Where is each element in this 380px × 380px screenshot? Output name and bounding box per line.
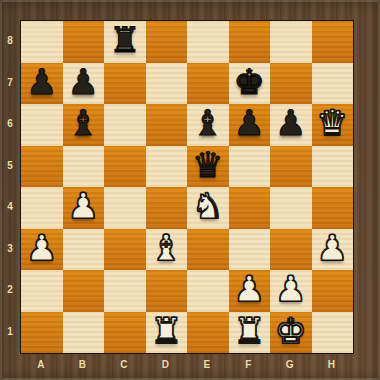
file-label-c: C: [103, 353, 145, 380]
square-d5[interactable]: [146, 146, 188, 188]
square-d1[interactable]: ♜: [146, 312, 188, 354]
square-d7[interactable]: [146, 63, 188, 105]
piece-white-bishop-d3[interactable]: ♝: [151, 231, 182, 266]
square-b8[interactable]: [63, 21, 105, 63]
square-a1[interactable]: [21, 312, 63, 354]
square-c3[interactable]: [104, 229, 146, 271]
rank-label-8: 8: [0, 20, 20, 62]
square-e1[interactable]: [187, 312, 229, 354]
piece-white-pawn-g2[interactable]: ♟: [275, 272, 306, 307]
square-c2[interactable]: [104, 270, 146, 312]
square-h3[interactable]: ♟: [312, 229, 354, 271]
rank-label-6: 6: [0, 103, 20, 145]
square-e6[interactable]: ♝: [187, 104, 229, 146]
square-h8[interactable]: [312, 21, 354, 63]
piece-black-pawn-g6[interactable]: ♟: [275, 106, 306, 141]
square-f4[interactable]: [229, 187, 271, 229]
square-g2[interactable]: ♟: [270, 270, 312, 312]
piece-black-pawn-b7[interactable]: ♟: [68, 65, 99, 100]
square-g3[interactable]: [270, 229, 312, 271]
square-g8[interactable]: [270, 21, 312, 63]
square-f5[interactable]: [229, 146, 271, 188]
square-f1[interactable]: ♜: [229, 312, 271, 354]
square-b6[interactable]: ♝: [63, 104, 105, 146]
piece-black-bishop-b6[interactable]: ♝: [68, 106, 99, 141]
square-c7[interactable]: [104, 63, 146, 105]
rank-label-1: 1: [0, 311, 20, 353]
piece-black-king-f7[interactable]: ♚: [234, 65, 265, 100]
square-b7[interactable]: ♟: [63, 63, 105, 105]
file-label-d: D: [145, 353, 187, 380]
square-g4[interactable]: [270, 187, 312, 229]
piece-white-king-g1[interactable]: ♚: [275, 314, 306, 349]
rank-label-5: 5: [0, 145, 20, 187]
square-c5[interactable]: [104, 146, 146, 188]
piece-black-rook-c8[interactable]: ♜: [109, 23, 140, 58]
square-b2[interactable]: [63, 270, 105, 312]
square-e5[interactable]: ♛: [187, 146, 229, 188]
square-f8[interactable]: [229, 21, 271, 63]
square-d2[interactable]: [146, 270, 188, 312]
square-a4[interactable]: [21, 187, 63, 229]
square-h7[interactable]: [312, 63, 354, 105]
square-a8[interactable]: [21, 21, 63, 63]
square-h4[interactable]: [312, 187, 354, 229]
square-b4[interactable]: ♟: [63, 187, 105, 229]
square-g5[interactable]: [270, 146, 312, 188]
piece-white-pawn-a3[interactable]: ♟: [26, 231, 57, 266]
piece-white-queen-h6[interactable]: ♛: [317, 106, 348, 141]
square-a7[interactable]: ♟: [21, 63, 63, 105]
square-a6[interactable]: [21, 104, 63, 146]
square-e4[interactable]: ♞: [187, 187, 229, 229]
square-b1[interactable]: [63, 312, 105, 354]
piece-white-rook-d1[interactable]: ♜: [151, 314, 182, 349]
square-e8[interactable]: [187, 21, 229, 63]
rank-label-7: 7: [0, 62, 20, 104]
square-g7[interactable]: [270, 63, 312, 105]
square-d8[interactable]: [146, 21, 188, 63]
square-d4[interactable]: [146, 187, 188, 229]
piece-white-pawn-b4[interactable]: ♟: [68, 189, 99, 224]
square-a5[interactable]: [21, 146, 63, 188]
rank-label-3: 3: [0, 228, 20, 270]
square-f3[interactable]: [229, 229, 271, 271]
file-label-e: E: [186, 353, 228, 380]
square-a3[interactable]: ♟: [21, 229, 63, 271]
square-d3[interactable]: ♝: [146, 229, 188, 271]
file-label-f: F: [228, 353, 270, 380]
square-h1[interactable]: [312, 312, 354, 354]
square-h6[interactable]: ♛: [312, 104, 354, 146]
piece-black-pawn-a7[interactable]: ♟: [26, 65, 57, 100]
square-c6[interactable]: [104, 104, 146, 146]
square-b5[interactable]: [63, 146, 105, 188]
rank-labels: 87654321: [0, 20, 20, 352]
piece-black-pawn-f6[interactable]: ♟: [234, 106, 265, 141]
square-f2[interactable]: ♟: [229, 270, 271, 312]
file-label-a: A: [20, 353, 62, 380]
square-h2[interactable]: [312, 270, 354, 312]
square-c4[interactable]: [104, 187, 146, 229]
rank-label-2: 2: [0, 269, 20, 311]
square-c1[interactable]: [104, 312, 146, 354]
square-d6[interactable]: [146, 104, 188, 146]
square-b3[interactable]: [63, 229, 105, 271]
piece-white-rook-f1[interactable]: ♜: [234, 314, 265, 349]
rank-label-4: 4: [0, 186, 20, 228]
file-label-b: B: [62, 353, 104, 380]
board-frame: 87654321 ABCDEFGH ♜♟♟♚♝♝♟♟♛♛♟♞♟♝♟♟♟♜♜♚: [0, 0, 380, 380]
file-label-g: G: [269, 353, 311, 380]
square-e2[interactable]: [187, 270, 229, 312]
piece-white-pawn-f2[interactable]: ♟: [234, 272, 265, 307]
square-g1[interactable]: ♚: [270, 312, 312, 354]
square-a2[interactable]: [21, 270, 63, 312]
piece-black-queen-e5[interactable]: ♛: [192, 148, 223, 183]
square-f6[interactable]: ♟: [229, 104, 271, 146]
square-e7[interactable]: [187, 63, 229, 105]
square-f7[interactable]: ♚: [229, 63, 271, 105]
file-label-h: H: [311, 353, 353, 380]
chess-board: ♜♟♟♚♝♝♟♟♛♛♟♞♟♝♟♟♟♜♜♚: [20, 20, 354, 354]
square-c8[interactable]: ♜: [104, 21, 146, 63]
square-g6[interactable]: ♟: [270, 104, 312, 146]
piece-black-bishop-e6[interactable]: ♝: [192, 106, 223, 141]
file-labels: ABCDEFGH: [20, 353, 352, 380]
piece-white-knight-e4[interactable]: ♞: [192, 189, 223, 224]
piece-white-pawn-h3[interactable]: ♟: [317, 231, 348, 266]
square-e3[interactable]: [187, 229, 229, 271]
square-h5[interactable]: [312, 146, 354, 188]
